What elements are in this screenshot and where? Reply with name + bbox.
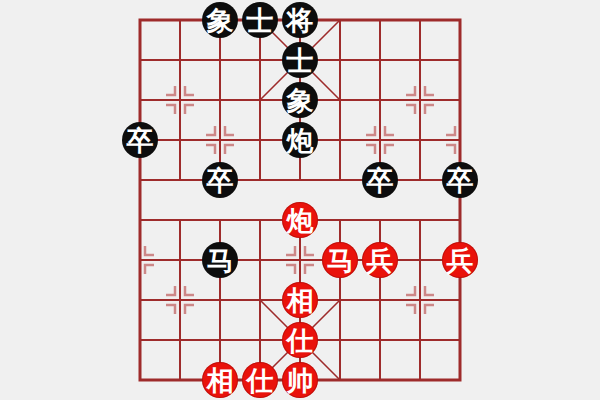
piece-glyph: 卒 bbox=[367, 167, 394, 194]
piece-red-pawn[interactable]: 兵 bbox=[362, 242, 398, 278]
piece-glyph: 仕 bbox=[247, 367, 274, 394]
piece-red-elephant[interactable]: 相 bbox=[282, 282, 318, 318]
piece-glyph: 象 bbox=[287, 87, 314, 114]
piece-black-pawn[interactable]: 卒 bbox=[122, 122, 158, 158]
piece-red-cannon[interactable]: 炮 bbox=[282, 202, 318, 238]
piece-glyph: 炮 bbox=[287, 127, 314, 154]
piece-glyph: 将 bbox=[287, 7, 314, 34]
piece-glyph: 卒 bbox=[127, 127, 154, 154]
pieces-layer: 象士将士象卒炮卒卒卒炮马马兵兵相仕相仕帅 bbox=[120, 0, 480, 400]
piece-glyph: 相 bbox=[207, 367, 234, 394]
piece-red-pawn[interactable]: 兵 bbox=[442, 242, 478, 278]
piece-black-pawn[interactable]: 卒 bbox=[362, 162, 398, 198]
xiangqi-board[interactable]: 象士将士象卒炮卒卒卒炮马马兵兵相仕相仕帅 bbox=[0, 0, 600, 400]
piece-black-elephant[interactable]: 象 bbox=[282, 82, 318, 118]
piece-glyph: 卒 bbox=[207, 167, 234, 194]
piece-black-horse[interactable]: 马 bbox=[202, 242, 238, 278]
piece-glyph: 相 bbox=[287, 287, 314, 314]
piece-black-advisor[interactable]: 士 bbox=[242, 2, 278, 38]
piece-glyph: 士 bbox=[247, 7, 274, 34]
piece-black-elephant[interactable]: 象 bbox=[202, 2, 238, 38]
xiangqi-app-canvas: 象士将士象卒炮卒卒卒炮马马兵兵相仕相仕帅 bbox=[0, 0, 600, 400]
piece-glyph: 炮 bbox=[287, 207, 314, 234]
piece-black-pawn[interactable]: 卒 bbox=[202, 162, 238, 198]
piece-glyph: 帅 bbox=[287, 367, 314, 394]
piece-glyph: 兵 bbox=[447, 247, 474, 274]
piece-glyph: 马 bbox=[207, 247, 234, 274]
piece-glyph: 仕 bbox=[287, 327, 314, 354]
piece-glyph: 马 bbox=[327, 247, 354, 274]
piece-red-general[interactable]: 帅 bbox=[282, 362, 318, 398]
piece-red-elephant[interactable]: 相 bbox=[202, 362, 238, 398]
piece-black-advisor[interactable]: 士 bbox=[282, 42, 318, 78]
piece-glyph: 士 bbox=[287, 47, 314, 74]
piece-glyph: 象 bbox=[207, 7, 234, 34]
piece-black-pawn[interactable]: 卒 bbox=[442, 162, 478, 198]
piece-glyph: 卒 bbox=[447, 167, 474, 194]
piece-red-advisor[interactable]: 仕 bbox=[242, 362, 278, 398]
piece-glyph: 兵 bbox=[367, 247, 394, 274]
piece-black-general[interactable]: 将 bbox=[282, 2, 318, 38]
piece-red-advisor[interactable]: 仕 bbox=[282, 322, 318, 358]
piece-red-horse[interactable]: 马 bbox=[322, 242, 358, 278]
piece-black-cannon[interactable]: 炮 bbox=[282, 122, 318, 158]
